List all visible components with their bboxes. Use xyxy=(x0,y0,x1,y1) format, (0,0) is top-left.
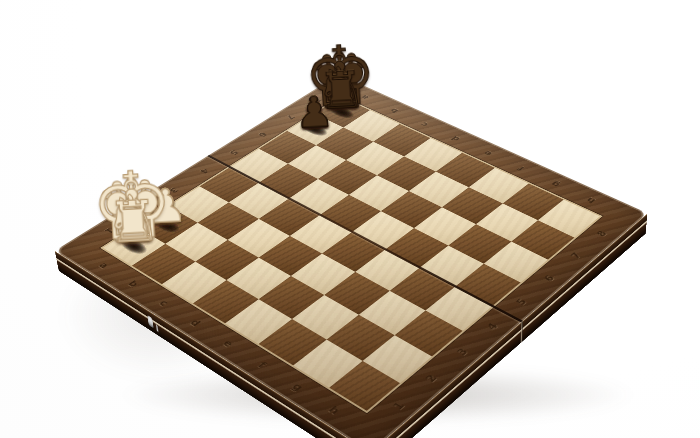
board-top-face: 11aa22bb33cc44dd55ee66ff77gg88hh ♜♞♝♛♚♝♞… xyxy=(55,74,648,438)
white-rook-icon: ♜ xyxy=(106,193,159,252)
pieces-layer: ♜♞♝♛♚♝♞♜♟♟♟♟♟♟♟♟♟♟♟♟♟♟♟♟♜♞♝♛♚♝♞♜ xyxy=(55,74,648,438)
chess-set-photo: 11aa22bb33cc44dd55ee66ff77gg88hh ♜♞♝♛♚♝♞… xyxy=(0,0,700,438)
perspective-view: 11aa22bb33cc44dd55ee66ff77gg88hh ♜♞♝♛♚♝♞… xyxy=(0,0,700,438)
fold-hinge-seam xyxy=(520,321,523,344)
metal-latch-icon xyxy=(147,315,153,329)
chess-board: 11aa22bb33cc44dd55ee66ff77gg88hh ♜♞♝♛♚♝♞… xyxy=(55,74,648,438)
